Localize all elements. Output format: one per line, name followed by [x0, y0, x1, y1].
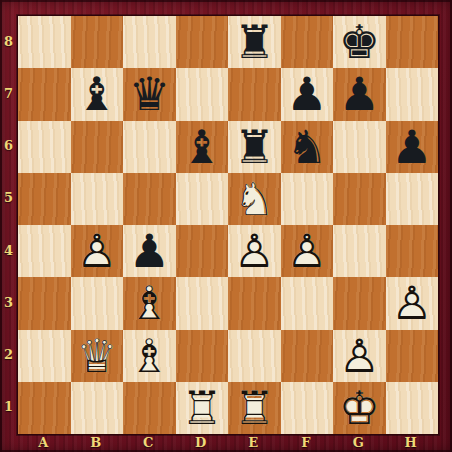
black-pawn: ♟: [281, 68, 334, 120]
square-b4[interactable]: ♟♙: [71, 225, 124, 277]
piece-fill: ♟: [123, 225, 176, 277]
square-a8[interactable]: [18, 16, 71, 68]
piece-fill: ♛: [71, 330, 124, 382]
square-e7[interactable]: [228, 68, 281, 120]
square-c4[interactable]: ♟: [123, 225, 176, 277]
piece-outline: ♖: [176, 382, 229, 434]
square-b3[interactable]: [71, 277, 124, 329]
square-c8[interactable]: [123, 16, 176, 68]
square-d5[interactable]: [176, 173, 229, 225]
square-a2[interactable]: [18, 330, 71, 382]
piece-fill: ♝: [123, 330, 176, 382]
black-knight: ♞: [281, 121, 334, 173]
file-label-f: F: [280, 433, 333, 452]
square-f2[interactable]: [281, 330, 334, 382]
piece-outline: ♙: [281, 225, 334, 277]
square-b7[interactable]: ♝: [71, 68, 124, 120]
piece-fill: ♝: [71, 68, 124, 120]
rank-label-5: 5: [0, 172, 17, 224]
rank-label-1: 1: [0, 381, 17, 433]
rank-label-4: 4: [0, 224, 17, 276]
square-a4[interactable]: [18, 225, 71, 277]
piece-fill: ♟: [386, 121, 439, 173]
piece-outline: ♖: [228, 382, 281, 434]
white-pawn: ♟♙: [71, 225, 124, 277]
square-a5[interactable]: [18, 173, 71, 225]
rank-labels: 87654321: [0, 15, 17, 433]
white-pawn: ♟♙: [386, 277, 439, 329]
piece-outline: ♙: [333, 330, 386, 382]
square-e2[interactable]: [228, 330, 281, 382]
square-g1[interactable]: ♚♔: [333, 382, 386, 434]
square-b5[interactable]: [71, 173, 124, 225]
piece-outline: ♙: [71, 225, 124, 277]
square-d4[interactable]: [176, 225, 229, 277]
black-rook: ♜: [228, 121, 281, 173]
square-f1[interactable]: [281, 382, 334, 434]
square-e3[interactable]: [228, 277, 281, 329]
square-a6[interactable]: [18, 121, 71, 173]
piece-fill: ♝: [123, 277, 176, 329]
square-d3[interactable]: [176, 277, 229, 329]
white-bishop: ♝♗: [123, 277, 176, 329]
piece-fill: ♜: [228, 121, 281, 173]
square-h3[interactable]: ♟♙: [386, 277, 439, 329]
piece-fill: ♟: [333, 330, 386, 382]
black-queen: ♛: [123, 68, 176, 120]
square-e1[interactable]: ♜♖: [228, 382, 281, 434]
piece-fill: ♟: [333, 68, 386, 120]
square-c3[interactable]: ♝♗: [123, 277, 176, 329]
black-king: ♚: [333, 16, 386, 68]
square-d6[interactable]: ♝: [176, 121, 229, 173]
file-labels: ABCDEFGH: [17, 433, 437, 452]
rank-label-3: 3: [0, 276, 17, 328]
square-g5[interactable]: [333, 173, 386, 225]
piece-outline: ♙: [228, 225, 281, 277]
piece-fill: ♟: [386, 277, 439, 329]
piece-outline: ♕: [71, 330, 124, 382]
black-bishop: ♝: [71, 68, 124, 120]
square-h4[interactable]: [386, 225, 439, 277]
piece-fill: ♚: [333, 16, 386, 68]
square-f5[interactable]: [281, 173, 334, 225]
square-d2[interactable]: [176, 330, 229, 382]
square-f8[interactable]: [281, 16, 334, 68]
piece-fill: ♞: [281, 121, 334, 173]
square-g6[interactable]: [333, 121, 386, 173]
square-c6[interactable]: [123, 121, 176, 173]
file-label-c: C: [122, 433, 175, 452]
square-b2[interactable]: ♛♕: [71, 330, 124, 382]
square-g4[interactable]: [333, 225, 386, 277]
file-label-g: G: [332, 433, 385, 452]
square-g8[interactable]: ♚: [333, 16, 386, 68]
square-b8[interactable]: [71, 16, 124, 68]
piece-outline: ♘: [228, 173, 281, 225]
piece-fill: ♛: [123, 68, 176, 120]
white-pawn: ♟♙: [333, 330, 386, 382]
piece-fill: ♜: [228, 382, 281, 434]
square-c2[interactable]: ♝♗: [123, 330, 176, 382]
piece-fill: ♜: [228, 16, 281, 68]
chess-diagram: 87654321 ABCDEFGH ♜♚♝♛♟♟♝♜♞♟♞♘♟♙♟♟♙♟♙♝♗♟…: [0, 0, 452, 452]
square-a1[interactable]: [18, 382, 71, 434]
square-h7[interactable]: [386, 68, 439, 120]
black-rook: ♜: [228, 16, 281, 68]
square-c5[interactable]: [123, 173, 176, 225]
square-g3[interactable]: [333, 277, 386, 329]
piece-fill: ♝: [176, 121, 229, 173]
white-rook: ♜♖: [176, 382, 229, 434]
black-pawn: ♟: [386, 121, 439, 173]
piece-fill: ♟: [228, 225, 281, 277]
square-g2[interactable]: ♟♙: [333, 330, 386, 382]
square-a7[interactable]: [18, 68, 71, 120]
square-d8[interactable]: [176, 16, 229, 68]
black-bishop: ♝: [176, 121, 229, 173]
rank-label-6: 6: [0, 120, 17, 172]
square-g7[interactable]: ♟: [333, 68, 386, 120]
square-a3[interactable]: [18, 277, 71, 329]
square-c7[interactable]: ♛: [123, 68, 176, 120]
square-h5[interactable]: [386, 173, 439, 225]
square-c1[interactable]: [123, 382, 176, 434]
white-rook: ♜♖: [228, 382, 281, 434]
file-label-d: D: [175, 433, 228, 452]
square-h1[interactable]: [386, 382, 439, 434]
black-pawn: ♟: [333, 68, 386, 120]
white-pawn: ♟♙: [281, 225, 334, 277]
square-f3[interactable]: [281, 277, 334, 329]
square-h8[interactable]: [386, 16, 439, 68]
rank-label-7: 7: [0, 67, 17, 119]
file-label-h: H: [385, 433, 438, 452]
rank-label-8: 8: [0, 15, 17, 67]
piece-outline: ♙: [386, 277, 439, 329]
piece-outline: ♔: [333, 382, 386, 434]
square-h2[interactable]: [386, 330, 439, 382]
piece-fill: ♚: [333, 382, 386, 434]
piece-fill: ♟: [71, 225, 124, 277]
rank-label-2: 2: [0, 329, 17, 381]
white-pawn: ♟♙: [228, 225, 281, 277]
file-label-a: A: [17, 433, 70, 452]
piece-fill: ♜: [176, 382, 229, 434]
square-e5[interactable]: ♞♘: [228, 173, 281, 225]
square-e8[interactable]: ♜: [228, 16, 281, 68]
square-h6[interactable]: ♟: [386, 121, 439, 173]
white-queen: ♛♕: [71, 330, 124, 382]
square-f7[interactable]: ♟: [281, 68, 334, 120]
square-f4[interactable]: ♟♙: [281, 225, 334, 277]
piece-fill: ♟: [281, 68, 334, 120]
piece-fill: ♟: [281, 225, 334, 277]
white-bishop: ♝♗: [123, 330, 176, 382]
chess-board: ♜♚♝♛♟♟♝♜♞♟♞♘♟♙♟♟♙♟♙♝♗♟♙♛♕♝♗♟♙♜♖♜♖♚♔: [17, 15, 439, 435]
square-e6[interactable]: ♜: [228, 121, 281, 173]
black-pawn: ♟: [123, 225, 176, 277]
square-f6[interactable]: ♞: [281, 121, 334, 173]
square-d1[interactable]: ♜♖: [176, 382, 229, 434]
file-label-e: E: [227, 433, 280, 452]
square-d7[interactable]: [176, 68, 229, 120]
square-b6[interactable]: [71, 121, 124, 173]
white-king: ♚♔: [333, 382, 386, 434]
file-label-b: B: [70, 433, 123, 452]
piece-outline: ♗: [123, 330, 176, 382]
square-e4[interactable]: ♟♙: [228, 225, 281, 277]
white-knight: ♞♘: [228, 173, 281, 225]
piece-fill: ♞: [228, 173, 281, 225]
piece-outline: ♗: [123, 277, 176, 329]
square-b1[interactable]: [71, 382, 124, 434]
